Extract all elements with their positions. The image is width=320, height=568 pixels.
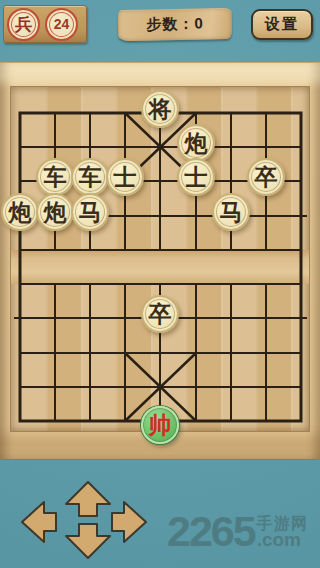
left-arrow-icon (20, 500, 58, 544)
watermark: 2265 手游网 .com (167, 512, 319, 550)
piece-车-1-2[interactable]: 车 (36, 158, 74, 196)
piece-帅-4-9[interactable]: 帅 (141, 406, 179, 444)
piece-车-2-2[interactable]: 车 (71, 158, 109, 196)
steps-plaque: 步数：0 (118, 8, 233, 41)
watermark-site: 手游网 (257, 516, 308, 531)
piece-将-4-0[interactable]: 将 (141, 90, 179, 128)
steps-label: 步数：0 (146, 14, 204, 34)
piece-炮-0-3[interactable]: 炮 (1, 193, 39, 231)
board-frame: 将炮车车士士卒炮炮马马卒帅 (0, 62, 320, 460)
piece-卒-4-6[interactable]: 卒 (141, 295, 179, 333)
down-arrow-button[interactable] (64, 522, 112, 560)
piece-士-3-2[interactable]: 士 (106, 158, 144, 196)
level-badge: 兵 24 (3, 5, 87, 43)
pieces-layer: 将炮车车士士卒炮炮马马卒帅 (0, 63, 320, 459)
level-count: 24 (54, 17, 70, 31)
settings-button[interactable]: 设置 (251, 9, 313, 40)
piece-士-5-2[interactable]: 士 (177, 158, 215, 196)
piece-马-6-3[interactable]: 马 (212, 193, 250, 231)
piece-炮-1-3[interactable]: 炮 (36, 193, 74, 231)
watermark-number: 2265 (167, 512, 255, 550)
piece-马-2-3[interactable]: 马 (71, 193, 109, 231)
right-arrow-button[interactable] (110, 500, 148, 544)
dpad (20, 480, 148, 560)
watermark-domain: .com (257, 531, 308, 549)
down-arrow-icon (64, 522, 112, 560)
piece-卒-7-2[interactable]: 卒 (247, 158, 285, 196)
piece-炮-5-1[interactable]: 炮 (177, 124, 215, 162)
level-count-token: 24 (45, 8, 78, 41)
settings-label: 设置 (265, 15, 299, 34)
up-arrow-icon (64, 480, 112, 518)
level-piece-token: 兵 (7, 8, 40, 41)
up-arrow-button[interactable] (64, 480, 112, 518)
left-arrow-button[interactable] (20, 500, 58, 544)
level-piece-char: 兵 (15, 16, 32, 33)
right-arrow-icon (110, 500, 148, 544)
